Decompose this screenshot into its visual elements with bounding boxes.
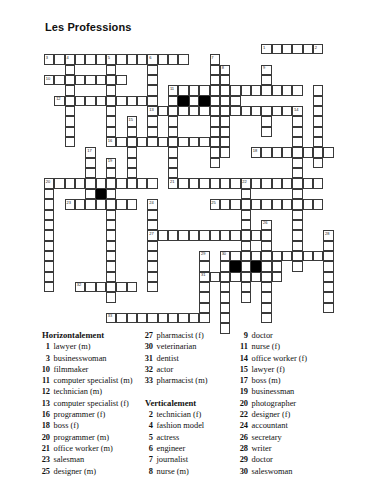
grid-cell[interactable] — [44, 272, 54, 282]
grid-cell[interactable] — [251, 85, 261, 95]
grid-cell[interactable] — [323, 251, 333, 261]
grid-cell[interactable] — [323, 282, 333, 292]
grid-cell[interactable] — [137, 96, 147, 106]
grid-cell[interactable]: 24 — [147, 199, 157, 209]
grid-cell[interactable] — [261, 199, 271, 209]
grid-cell[interactable] — [313, 96, 323, 106]
grid-cell[interactable] — [323, 272, 333, 282]
grid-cell[interactable] — [313, 116, 323, 126]
grid-cell[interactable] — [230, 178, 240, 188]
grid-cell[interactable] — [313, 251, 323, 261]
grid-cell[interactable] — [85, 168, 95, 178]
grid-cell[interactable] — [210, 106, 220, 116]
grid-cell[interactable]: 7 — [210, 54, 220, 64]
grid-cell[interactable] — [137, 313, 147, 323]
grid-cell[interactable] — [230, 251, 240, 261]
grid-cell[interactable] — [106, 168, 116, 178]
grid-cell[interactable] — [210, 272, 220, 282]
grid-cell[interactable] — [106, 116, 116, 126]
grid-cell[interactable]: 10 — [44, 75, 54, 85]
grid-cell[interactable] — [75, 75, 85, 85]
grid-cell[interactable] — [65, 137, 75, 147]
grid-cell[interactable] — [230, 85, 240, 95]
grid-cell[interactable] — [106, 272, 116, 282]
grid-cell[interactable] — [106, 178, 116, 188]
grid-cell[interactable] — [127, 96, 137, 106]
grid-cell[interactable] — [116, 313, 126, 323]
grid-cell[interactable] — [230, 230, 240, 240]
grid-cell[interactable]: 17 — [85, 147, 95, 157]
grid-cell[interactable] — [272, 147, 282, 157]
grid-cell[interactable]: 25 — [210, 199, 220, 209]
grid-cell[interactable] — [44, 241, 54, 251]
grid-cell[interactable] — [54, 75, 64, 85]
grid-cell[interactable] — [261, 127, 271, 137]
grid-cell[interactable] — [313, 85, 323, 95]
grid-cell[interactable] — [292, 251, 302, 261]
grid-cell[interactable] — [261, 313, 271, 323]
grid-cell[interactable] — [241, 282, 251, 292]
grid-cell[interactable] — [168, 106, 178, 116]
grid-cell[interactable]: 26 — [261, 220, 271, 230]
grid-cell[interactable] — [44, 220, 54, 230]
grid-cell[interactable] — [106, 75, 116, 85]
grid-cell[interactable] — [323, 292, 333, 302]
grid-cell[interactable] — [272, 85, 282, 95]
grid-cell[interactable] — [251, 251, 261, 261]
grid-cell[interactable] — [65, 106, 75, 116]
grid-cell[interactable] — [220, 85, 230, 95]
grid-cell[interactable] — [210, 127, 220, 137]
grid-cell[interactable] — [199, 303, 209, 313]
grid-cell[interactable] — [85, 96, 95, 106]
grid-cell[interactable] — [85, 189, 95, 199]
grid-cell[interactable] — [85, 75, 95, 85]
grid-cell[interactable] — [54, 54, 64, 64]
grid-cell[interactable] — [147, 137, 157, 147]
grid-cell[interactable] — [241, 230, 251, 240]
grid-cell[interactable] — [251, 272, 261, 282]
grid-cell[interactable]: 4 — [65, 54, 75, 64]
grid-cell[interactable] — [137, 137, 147, 147]
grid-cell[interactable] — [54, 178, 64, 188]
grid-cell[interactable] — [210, 116, 220, 126]
grid-cell[interactable] — [158, 106, 168, 116]
grid-cell[interactable] — [116, 54, 126, 64]
grid-cell[interactable] — [75, 199, 85, 209]
grid-cell[interactable] — [282, 106, 292, 116]
grid-cell[interactable] — [230, 199, 240, 209]
grid-cell[interactable] — [147, 85, 157, 95]
grid-cell[interactable] — [282, 44, 292, 54]
grid-cell[interactable] — [261, 178, 271, 188]
grid-cell[interactable] — [65, 127, 75, 137]
grid-cell[interactable] — [168, 147, 178, 157]
grid-cell[interactable] — [292, 85, 302, 95]
grid-cell[interactable] — [189, 178, 199, 188]
grid-cell[interactable] — [127, 137, 137, 147]
grid-cell[interactable] — [220, 303, 230, 313]
grid-cell[interactable] — [199, 292, 209, 302]
grid-cell[interactable] — [210, 178, 220, 188]
grid-cell[interactable] — [220, 282, 230, 292]
grid-cell[interactable] — [158, 230, 168, 240]
grid-cell[interactable] — [220, 199, 230, 209]
grid-cell[interactable] — [220, 178, 230, 188]
grid-cell[interactable] — [44, 189, 54, 199]
grid-cell[interactable] — [44, 199, 54, 209]
grid-cell[interactable]: 2 — [313, 44, 323, 54]
grid-cell[interactable]: 12 — [54, 96, 64, 106]
grid-cell[interactable] — [292, 230, 302, 240]
grid-cell[interactable] — [230, 272, 240, 282]
grid-cell[interactable] — [313, 127, 323, 137]
grid-cell[interactable] — [65, 85, 75, 95]
grid-cell[interactable] — [178, 230, 188, 240]
grid-cell[interactable] — [189, 313, 199, 323]
grid-cell[interactable] — [116, 137, 126, 147]
grid-cell[interactable] — [127, 199, 137, 209]
grid-cell[interactable] — [137, 54, 147, 64]
grid-cell[interactable] — [147, 116, 157, 126]
grid-cell[interactable] — [282, 85, 292, 95]
grid-cell[interactable] — [323, 261, 333, 271]
grid-cell[interactable] — [261, 85, 271, 95]
grid-cell[interactable] — [282, 251, 292, 261]
grid-cell[interactable] — [106, 96, 116, 106]
grid-cell[interactable] — [261, 230, 271, 240]
grid-cell[interactable] — [292, 199, 302, 209]
grid-cell[interactable] — [96, 282, 106, 292]
grid-cell[interactable]: 23 — [65, 199, 75, 209]
grid-cell[interactable] — [158, 54, 168, 64]
grid-cell[interactable] — [106, 241, 116, 251]
grid-cell[interactable] — [323, 147, 333, 157]
grid-cell[interactable] — [44, 261, 54, 271]
grid-cell[interactable] — [96, 96, 106, 106]
grid-cell[interactable] — [272, 44, 282, 54]
grid-cell[interactable] — [127, 158, 137, 168]
grid-cell[interactable] — [127, 147, 137, 157]
grid-cell[interactable] — [116, 96, 126, 106]
grid-cell[interactable] — [127, 168, 137, 178]
grid-cell[interactable] — [251, 178, 261, 188]
grid-cell[interactable] — [210, 147, 220, 157]
grid-cell[interactable]: 14 — [292, 106, 302, 116]
grid-cell[interactable] — [127, 54, 137, 64]
grid-cell[interactable]: 33 — [106, 313, 116, 323]
grid-cell[interactable] — [210, 85, 220, 95]
grid-cell[interactable] — [168, 137, 178, 147]
grid-cell[interactable]: 16 — [106, 137, 116, 147]
grid-cell[interactable]: 28 — [323, 230, 333, 240]
grid-cell[interactable] — [241, 292, 251, 302]
grid-cell[interactable] — [313, 137, 323, 147]
grid-cell[interactable] — [147, 96, 157, 106]
grid-cell[interactable] — [292, 189, 302, 199]
grid-cell[interactable] — [220, 75, 230, 85]
grid-cell[interactable] — [44, 210, 54, 220]
grid-cell[interactable] — [292, 158, 302, 168]
grid-cell[interactable] — [272, 261, 282, 271]
grid-cell[interactable] — [313, 178, 323, 188]
grid-cell[interactable]: 29 — [199, 251, 209, 261]
grid-cell[interactable] — [272, 178, 282, 188]
grid-cell[interactable] — [106, 251, 116, 261]
grid-cell[interactable] — [292, 241, 302, 251]
grid-cell[interactable] — [292, 116, 302, 126]
grid-cell[interactable] — [220, 147, 230, 157]
grid-cell[interactable] — [147, 261, 157, 271]
grid-cell[interactable] — [251, 199, 261, 209]
grid-cell[interactable] — [147, 241, 157, 251]
grid-cell[interactable] — [168, 168, 178, 178]
grid-cell[interactable] — [292, 44, 302, 54]
grid-cell[interactable] — [303, 251, 313, 261]
grid-cell[interactable] — [282, 199, 292, 209]
grid-cell[interactable] — [199, 137, 209, 147]
grid-cell[interactable]: 11 — [168, 85, 178, 95]
grid-cell[interactable] — [147, 127, 157, 137]
grid-cell[interactable] — [199, 230, 209, 240]
grid-cell[interactable] — [292, 137, 302, 147]
grid-cell[interactable] — [168, 54, 178, 64]
grid-cell[interactable] — [313, 158, 323, 168]
grid-cell[interactable]: 18 — [251, 147, 261, 157]
grid-cell[interactable] — [147, 75, 157, 85]
grid-cell[interactable] — [261, 241, 271, 251]
grid-cell[interactable] — [147, 178, 157, 188]
grid-cell[interactable] — [44, 251, 54, 261]
grid-cell[interactable] — [220, 127, 230, 137]
grid-cell[interactable] — [220, 292, 230, 302]
grid-cell[interactable] — [261, 292, 271, 302]
grid-cell[interactable] — [75, 96, 85, 106]
grid-cell[interactable] — [241, 189, 251, 199]
grid-cell[interactable] — [241, 85, 251, 95]
grid-cell[interactable] — [303, 199, 313, 209]
grid-cell[interactable] — [251, 230, 261, 240]
grid-cell[interactable] — [127, 282, 137, 292]
grid-cell[interactable] — [85, 158, 95, 168]
grid-cell[interactable] — [210, 75, 220, 85]
grid-cell[interactable] — [44, 282, 54, 292]
grid-cell[interactable]: 21 — [168, 178, 178, 188]
grid-cell[interactable] — [106, 292, 116, 302]
grid-cell[interactable] — [127, 127, 137, 137]
grid-cell[interactable] — [272, 199, 282, 209]
grid-cell[interactable] — [106, 127, 116, 137]
grid-cell[interactable] — [303, 147, 313, 157]
grid-cell[interactable]: 13 — [147, 106, 157, 116]
grid-cell[interactable] — [210, 137, 220, 147]
grid-cell[interactable] — [199, 261, 209, 271]
grid-cell[interactable] — [251, 106, 261, 116]
grid-cell[interactable] — [241, 251, 251, 261]
grid-cell[interactable] — [241, 241, 251, 251]
grid-cell[interactable] — [261, 147, 271, 157]
grid-cell[interactable] — [199, 178, 209, 188]
grid-cell[interactable] — [65, 116, 75, 126]
grid-cell[interactable] — [147, 272, 157, 282]
grid-cell[interactable] — [241, 210, 251, 220]
grid-cell[interactable] — [261, 251, 271, 261]
grid-cell[interactable] — [137, 178, 147, 188]
grid-cell[interactable] — [272, 106, 282, 116]
grid-cell[interactable] — [178, 178, 188, 188]
grid-cell[interactable] — [220, 261, 230, 271]
grid-cell[interactable] — [189, 85, 199, 95]
grid-cell[interactable] — [106, 261, 116, 271]
grid-cell[interactable] — [199, 85, 209, 95]
grid-cell[interactable] — [189, 96, 199, 106]
grid-cell[interactable] — [241, 272, 251, 282]
grid-cell[interactable] — [261, 282, 271, 292]
grid-cell[interactable]: 30 — [220, 251, 230, 261]
grid-cell[interactable] — [210, 65, 220, 75]
grid-cell[interactable] — [158, 137, 168, 147]
grid-cell[interactable] — [292, 127, 302, 137]
grid-cell[interactable] — [65, 96, 75, 106]
grid-cell[interactable] — [147, 251, 157, 261]
grid-cell[interactable] — [96, 75, 106, 85]
grid-cell[interactable] — [168, 96, 178, 106]
grid-cell[interactable] — [147, 282, 157, 292]
grid-cell[interactable] — [261, 75, 271, 85]
grid-cell[interactable] — [230, 106, 240, 116]
grid-cell[interactable] — [178, 85, 188, 95]
grid-cell[interactable] — [220, 230, 230, 240]
grid-cell[interactable] — [116, 75, 126, 85]
grid-cell[interactable] — [85, 178, 95, 188]
grid-cell[interactable] — [313, 147, 323, 157]
grid-cell[interactable] — [147, 313, 157, 323]
grid-cell[interactable] — [303, 44, 313, 54]
grid-cell[interactable] — [261, 272, 271, 282]
grid-cell[interactable] — [292, 178, 302, 188]
grid-cell[interactable] — [241, 261, 251, 271]
grid-cell[interactable] — [261, 261, 271, 271]
grid-cell[interactable] — [106, 85, 116, 95]
grid-cell[interactable] — [85, 282, 95, 292]
grid-cell[interactable] — [127, 178, 137, 188]
grid-cell[interactable] — [199, 282, 209, 292]
grid-cell[interactable] — [272, 251, 282, 261]
grid-cell[interactable] — [106, 65, 116, 75]
grid-cell[interactable] — [303, 178, 313, 188]
grid-cell[interactable] — [261, 106, 271, 116]
grid-cell[interactable] — [75, 178, 85, 188]
grid-cell[interactable] — [106, 189, 116, 199]
grid-cell[interactable]: 31 — [199, 272, 209, 282]
grid-cell[interactable] — [323, 241, 333, 251]
grid-cell[interactable] — [189, 137, 199, 147]
grid-cell[interactable] — [220, 116, 230, 126]
grid-cell[interactable] — [147, 220, 157, 230]
grid-cell[interactable]: 15 — [127, 116, 137, 126]
grid-cell[interactable] — [147, 210, 157, 220]
grid-cell[interactable]: 27 — [147, 230, 157, 240]
grid-cell[interactable] — [178, 54, 188, 64]
grid-cell[interactable] — [241, 106, 251, 116]
grid-cell[interactable]: 32 — [75, 282, 85, 292]
grid-cell[interactable] — [116, 199, 126, 209]
grid-cell[interactable]: 9 — [261, 65, 271, 75]
grid-cell[interactable] — [178, 313, 188, 323]
grid-cell[interactable] — [292, 261, 302, 271]
grid-cell[interactable] — [96, 54, 106, 64]
grid-cell[interactable] — [168, 158, 178, 168]
grid-cell[interactable] — [292, 210, 302, 220]
grid-cell[interactable] — [220, 137, 230, 147]
grid-cell[interactable] — [261, 116, 271, 126]
grid-cell[interactable] — [85, 199, 95, 209]
grid-cell[interactable] — [168, 230, 178, 240]
grid-cell[interactable] — [85, 54, 95, 64]
grid-cell[interactable] — [241, 220, 251, 230]
grid-cell[interactable] — [168, 127, 178, 137]
grid-cell[interactable] — [178, 137, 188, 147]
grid-cell[interactable] — [106, 106, 116, 116]
grid-cell[interactable] — [116, 282, 126, 292]
grid-cell[interactable] — [220, 313, 230, 323]
grid-cell[interactable] — [220, 106, 230, 116]
grid-cell[interactable] — [313, 106, 323, 116]
grid-cell[interactable] — [65, 75, 75, 85]
grid-cell[interactable] — [106, 282, 116, 292]
grid-cell[interactable] — [168, 116, 178, 126]
grid-cell[interactable] — [96, 178, 106, 188]
grid-cell[interactable] — [210, 96, 220, 106]
grid-cell[interactable] — [158, 313, 168, 323]
grid-cell[interactable] — [106, 199, 116, 209]
grid-cell[interactable] — [65, 65, 75, 75]
grid-cell[interactable] — [272, 272, 282, 282]
grid-cell[interactable] — [323, 303, 333, 313]
grid-cell[interactable]: 19 — [106, 158, 116, 168]
grid-cell[interactable] — [282, 147, 292, 157]
grid-cell[interactable] — [261, 303, 271, 313]
grid-cell[interactable] — [106, 210, 116, 220]
grid-cell[interactable]: 20 — [44, 178, 54, 188]
grid-cell[interactable]: 5 — [106, 54, 116, 64]
grid-cell[interactable] — [189, 106, 199, 116]
grid-cell[interactable] — [292, 168, 302, 178]
grid-cell[interactable] — [106, 220, 116, 230]
grid-cell[interactable]: 8 — [220, 65, 230, 75]
grid-cell[interactable] — [44, 230, 54, 240]
grid-cell[interactable] — [292, 220, 302, 230]
grid-cell[interactable]: 22 — [241, 178, 251, 188]
grid-cell[interactable] — [210, 158, 220, 168]
grid-cell[interactable] — [210, 230, 220, 240]
grid-cell[interactable] — [230, 96, 240, 106]
grid-cell[interactable] — [116, 178, 126, 188]
grid-cell[interactable] — [96, 199, 106, 209]
grid-cell[interactable] — [292, 147, 302, 157]
grid-cell[interactable]: 6 — [147, 54, 157, 64]
grid-cell[interactable] — [282, 178, 292, 188]
grid-cell[interactable]: 3 — [44, 54, 54, 64]
grid-cell[interactable] — [178, 106, 188, 116]
grid-cell[interactable] — [220, 96, 230, 106]
grid-cell[interactable] — [241, 199, 251, 209]
grid-cell[interactable]: 1 — [261, 44, 271, 54]
grid-cell[interactable] — [65, 178, 75, 188]
grid-cell[interactable] — [106, 230, 116, 240]
grid-cell[interactable] — [199, 106, 209, 116]
grid-cell[interactable] — [220, 272, 230, 282]
